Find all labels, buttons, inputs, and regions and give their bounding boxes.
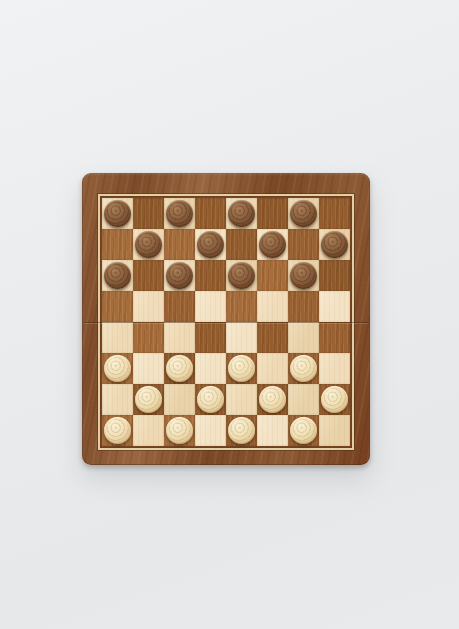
checker-piece-light-r7c4[interactable]	[197, 386, 224, 413]
square-r4c2[interactable]	[133, 291, 164, 322]
checker-piece-light-r6c7[interactable]	[290, 355, 317, 382]
checker-piece-dark-r2c4[interactable]	[197, 231, 224, 258]
checker-piece-dark-r1c3[interactable]	[166, 200, 193, 227]
square-r4c3[interactable]	[164, 291, 195, 322]
square-r5c2[interactable]	[133, 322, 164, 353]
square-r1c2[interactable]	[133, 198, 164, 229]
square-r8c7[interactable]	[288, 415, 319, 446]
square-r6c2[interactable]	[133, 353, 164, 384]
square-r1c3[interactable]	[164, 198, 195, 229]
square-r6c3[interactable]	[164, 353, 195, 384]
square-r5c8[interactable]	[319, 322, 350, 353]
checker-piece-dark-r1c7[interactable]	[290, 200, 317, 227]
square-r8c1[interactable]	[102, 415, 133, 446]
square-r2c2[interactable]	[133, 229, 164, 260]
checker-piece-dark-r2c2[interactable]	[135, 231, 162, 258]
square-r4c7[interactable]	[288, 291, 319, 322]
square-r1c6[interactable]	[257, 198, 288, 229]
square-r6c8[interactable]	[319, 353, 350, 384]
square-r6c4[interactable]	[195, 353, 226, 384]
photo-backdrop	[0, 0, 459, 629]
checker-piece-light-r6c5[interactable]	[228, 355, 255, 382]
square-r8c4[interactable]	[195, 415, 226, 446]
square-r2c3[interactable]	[164, 229, 195, 260]
checker-piece-light-r6c3[interactable]	[166, 355, 193, 382]
checker-piece-dark-r3c5[interactable]	[228, 262, 255, 289]
square-r7c5[interactable]	[226, 384, 257, 415]
checker-piece-light-r8c3[interactable]	[166, 417, 193, 444]
square-r2c5[interactable]	[226, 229, 257, 260]
square-r1c7[interactable]	[288, 198, 319, 229]
checker-piece-dark-r1c1[interactable]	[104, 200, 131, 227]
square-r1c4[interactable]	[195, 198, 226, 229]
square-r6c7[interactable]	[288, 353, 319, 384]
square-r3c1[interactable]	[102, 260, 133, 291]
square-r2c8[interactable]	[319, 229, 350, 260]
square-r7c1[interactable]	[102, 384, 133, 415]
square-r3c6[interactable]	[257, 260, 288, 291]
square-r7c6[interactable]	[257, 384, 288, 415]
square-r1c8[interactable]	[319, 198, 350, 229]
square-r1c1[interactable]	[102, 198, 133, 229]
checker-piece-light-r7c2[interactable]	[135, 386, 162, 413]
square-r3c3[interactable]	[164, 260, 195, 291]
fold-seam-line	[84, 322, 368, 323]
square-r4c1[interactable]	[102, 291, 133, 322]
checker-piece-light-r8c7[interactable]	[290, 417, 317, 444]
square-r2c1[interactable]	[102, 229, 133, 260]
square-r8c8[interactable]	[319, 415, 350, 446]
square-r4c4[interactable]	[195, 291, 226, 322]
checker-piece-light-r7c8[interactable]	[321, 386, 348, 413]
checker-piece-dark-r2c6[interactable]	[259, 231, 286, 258]
checker-piece-light-r8c1[interactable]	[104, 417, 131, 444]
square-r7c7[interactable]	[288, 384, 319, 415]
square-r2c7[interactable]	[288, 229, 319, 260]
checkers-board	[82, 173, 370, 465]
square-r4c5[interactable]	[226, 291, 257, 322]
checker-piece-dark-r2c8[interactable]	[321, 231, 348, 258]
checker-piece-dark-r3c1[interactable]	[104, 262, 131, 289]
square-r6c1[interactable]	[102, 353, 133, 384]
square-r3c7[interactable]	[288, 260, 319, 291]
square-r7c2[interactable]	[133, 384, 164, 415]
square-r5c1[interactable]	[102, 322, 133, 353]
square-r7c4[interactable]	[195, 384, 226, 415]
square-r3c2[interactable]	[133, 260, 164, 291]
square-r4c6[interactable]	[257, 291, 288, 322]
checker-piece-light-r6c1[interactable]	[104, 355, 131, 382]
checker-piece-dark-r3c3[interactable]	[166, 262, 193, 289]
checker-piece-light-r8c5[interactable]	[228, 417, 255, 444]
square-r3c4[interactable]	[195, 260, 226, 291]
square-r8c2[interactable]	[133, 415, 164, 446]
square-r1c5[interactable]	[226, 198, 257, 229]
checker-piece-dark-r3c7[interactable]	[290, 262, 317, 289]
square-r6c6[interactable]	[257, 353, 288, 384]
square-r5c3[interactable]	[164, 322, 195, 353]
square-r8c3[interactable]	[164, 415, 195, 446]
checker-piece-dark-r1c5[interactable]	[228, 200, 255, 227]
square-r2c6[interactable]	[257, 229, 288, 260]
square-r6c5[interactable]	[226, 353, 257, 384]
square-r4c8[interactable]	[319, 291, 350, 322]
checker-piece-light-r7c6[interactable]	[259, 386, 286, 413]
square-r5c7[interactable]	[288, 322, 319, 353]
square-r3c5[interactable]	[226, 260, 257, 291]
square-r7c8[interactable]	[319, 384, 350, 415]
square-r3c8[interactable]	[319, 260, 350, 291]
square-r8c5[interactable]	[226, 415, 257, 446]
square-r2c4[interactable]	[195, 229, 226, 260]
square-r5c4[interactable]	[195, 322, 226, 353]
square-r5c6[interactable]	[257, 322, 288, 353]
square-r8c6[interactable]	[257, 415, 288, 446]
square-r7c3[interactable]	[164, 384, 195, 415]
square-r5c5[interactable]	[226, 322, 257, 353]
